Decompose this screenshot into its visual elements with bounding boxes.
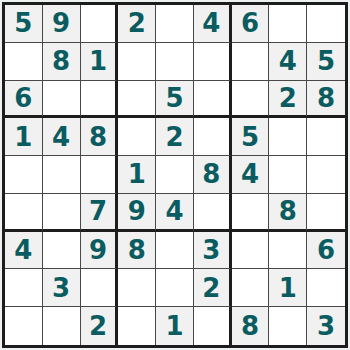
cell-r9c4[interactable]: [118, 307, 156, 345]
sudoku-board: 5924681456528148251847948498363212183: [2, 2, 348, 348]
cell-r7c4: 8: [118, 232, 156, 270]
cell-r4c6[interactable]: [194, 118, 232, 156]
cell-r1c8[interactable]: [269, 5, 307, 43]
cell-r2c1[interactable]: [5, 43, 43, 81]
cell-r1c5[interactable]: [156, 5, 194, 43]
cell-r1c1: 5: [5, 5, 43, 43]
cell-r9c2[interactable]: [43, 307, 81, 345]
cell-r7c7[interactable]: [232, 232, 270, 270]
cell-r5c5[interactable]: [156, 156, 194, 194]
cell-r2c6[interactable]: [194, 43, 232, 81]
cell-r3c2[interactable]: [43, 81, 81, 119]
cell-r9c8[interactable]: [269, 307, 307, 345]
cell-r6c7[interactable]: [232, 194, 270, 232]
cell-r3c7[interactable]: [232, 81, 270, 119]
cell-r2c5[interactable]: [156, 43, 194, 81]
cell-r5c8[interactable]: [269, 156, 307, 194]
cell-r5c2[interactable]: [43, 156, 81, 194]
cell-r1c6: 4: [194, 5, 232, 43]
cell-r2c7[interactable]: [232, 43, 270, 81]
cell-r8c6: 2: [194, 269, 232, 307]
cell-r7c3: 9: [81, 232, 119, 270]
cell-r4c7: 5: [232, 118, 270, 156]
cell-r2c4[interactable]: [118, 43, 156, 81]
cell-r1c3[interactable]: [81, 5, 119, 43]
cell-r4c9[interactable]: [307, 118, 345, 156]
cell-r6c5: 4: [156, 194, 194, 232]
cell-r4c5: 2: [156, 118, 194, 156]
cell-r5c1[interactable]: [5, 156, 43, 194]
cell-r1c4: 2: [118, 5, 156, 43]
cell-r8c2: 3: [43, 269, 81, 307]
cell-r5c4: 1: [118, 156, 156, 194]
cell-r3c5: 5: [156, 81, 194, 119]
cell-r5c3[interactable]: [81, 156, 119, 194]
cell-r1c9[interactable]: [307, 5, 345, 43]
cell-r6c9[interactable]: [307, 194, 345, 232]
cell-r9c7: 8: [232, 307, 270, 345]
cell-r7c2[interactable]: [43, 232, 81, 270]
cell-r8c1[interactable]: [5, 269, 43, 307]
cell-r7c5[interactable]: [156, 232, 194, 270]
cell-r6c1[interactable]: [5, 194, 43, 232]
cell-r2c8: 4: [269, 43, 307, 81]
cell-r4c8[interactable]: [269, 118, 307, 156]
cell-r5c6: 8: [194, 156, 232, 194]
cell-r7c6: 3: [194, 232, 232, 270]
cell-r9c6[interactable]: [194, 307, 232, 345]
cell-r9c1[interactable]: [5, 307, 43, 345]
cell-r6c3: 7: [81, 194, 119, 232]
cell-r5c9[interactable]: [307, 156, 345, 194]
cell-r6c8: 8: [269, 194, 307, 232]
cell-r9c3: 2: [81, 307, 119, 345]
cell-r8c8: 1: [269, 269, 307, 307]
cell-r8c5[interactable]: [156, 269, 194, 307]
cell-r3c8: 2: [269, 81, 307, 119]
cell-r3c6[interactable]: [194, 81, 232, 119]
cell-r2c2: 8: [43, 43, 81, 81]
cell-r6c2[interactable]: [43, 194, 81, 232]
cell-r1c7: 6: [232, 5, 270, 43]
cell-r9c5: 1: [156, 307, 194, 345]
cell-r3c3[interactable]: [81, 81, 119, 119]
cell-r7c9: 6: [307, 232, 345, 270]
cell-r7c8[interactable]: [269, 232, 307, 270]
cell-r8c9[interactable]: [307, 269, 345, 307]
cell-r4c2: 4: [43, 118, 81, 156]
cell-r7c1: 4: [5, 232, 43, 270]
cell-r8c7[interactable]: [232, 269, 270, 307]
cell-r4c3: 8: [81, 118, 119, 156]
cell-r5c7: 4: [232, 156, 270, 194]
cell-r3c9: 8: [307, 81, 345, 119]
page-background: 5924681456528148251847948498363212183: [0, 0, 350, 350]
cell-r4c1: 1: [5, 118, 43, 156]
cell-r1c2: 9: [43, 5, 81, 43]
cell-r6c4: 9: [118, 194, 156, 232]
cell-r4c4[interactable]: [118, 118, 156, 156]
cell-r2c9: 5: [307, 43, 345, 81]
cell-r8c4[interactable]: [118, 269, 156, 307]
cell-r6c6[interactable]: [194, 194, 232, 232]
cell-r3c4[interactable]: [118, 81, 156, 119]
cell-r2c3: 1: [81, 43, 119, 81]
cell-r8c3[interactable]: [81, 269, 119, 307]
cell-r3c1: 6: [5, 81, 43, 119]
cell-r9c9: 3: [307, 307, 345, 345]
